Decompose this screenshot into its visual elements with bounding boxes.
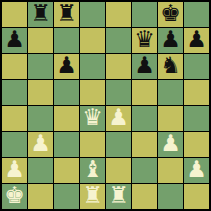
piece-white-pawn-a2: ♟: [4, 158, 25, 182]
square-h1[interactable]: [184, 184, 209, 209]
square-f4[interactable]: [132, 106, 157, 131]
square-h6[interactable]: [184, 54, 209, 79]
square-b8[interactable]: ♜: [28, 2, 53, 27]
square-c5[interactable]: [54, 80, 79, 105]
piece-black-pawn-h7: ♟: [186, 28, 207, 52]
square-a6[interactable]: [2, 54, 27, 79]
square-b5[interactable]: [28, 80, 53, 105]
square-g7[interactable]: ♟: [158, 28, 183, 53]
square-e7[interactable]: [106, 28, 131, 53]
square-h5[interactable]: [184, 80, 209, 105]
square-d2[interactable]: ♝: [80, 158, 105, 183]
piece-white-pawn-b3: ♟: [30, 132, 51, 156]
square-g1[interactable]: [158, 184, 183, 209]
square-c8[interactable]: ♜: [54, 2, 79, 27]
square-h8[interactable]: [184, 2, 209, 27]
square-b7[interactable]: [28, 28, 53, 53]
square-g3[interactable]: ♟: [158, 132, 183, 157]
piece-white-pawn-g3: ♟: [160, 132, 181, 156]
piece-white-pawn-e4: ♟: [108, 106, 129, 130]
square-e8[interactable]: [106, 2, 131, 27]
square-b4[interactable]: [28, 106, 53, 131]
square-f8[interactable]: [132, 2, 157, 27]
square-d7[interactable]: [80, 28, 105, 53]
square-h3[interactable]: [184, 132, 209, 157]
square-a4[interactable]: [2, 106, 27, 131]
square-c4[interactable]: [54, 106, 79, 131]
square-g5[interactable]: [158, 80, 183, 105]
piece-white-king-a1: ♚: [4, 184, 25, 208]
square-d6[interactable]: [80, 54, 105, 79]
square-a2[interactable]: ♟: [2, 158, 27, 183]
piece-white-bishop-d2: ♝: [82, 158, 103, 182]
square-b6[interactable]: [28, 54, 53, 79]
square-g2[interactable]: [158, 158, 183, 183]
piece-black-pawn-c6: ♟: [56, 54, 77, 78]
square-b2[interactable]: [28, 158, 53, 183]
square-e5[interactable]: [106, 80, 131, 105]
piece-black-queen-f7: ♛: [134, 28, 155, 52]
square-f1[interactable]: [132, 184, 157, 209]
square-c1[interactable]: [54, 184, 79, 209]
piece-black-knight-g6: ♞: [160, 54, 181, 78]
square-d5[interactable]: [80, 80, 105, 105]
piece-black-rook-c8: ♜: [56, 2, 77, 26]
piece-black-rook-b8: ♜: [30, 2, 51, 26]
square-h2[interactable]: ♟: [184, 158, 209, 183]
square-c7[interactable]: [54, 28, 79, 53]
piece-black-pawn-f6: ♟: [134, 54, 155, 78]
square-e2[interactable]: [106, 158, 131, 183]
square-c2[interactable]: [54, 158, 79, 183]
piece-white-rook-e1: ♜: [108, 184, 129, 208]
square-g8[interactable]: ♚: [158, 2, 183, 27]
piece-white-queen-d4: ♛: [82, 106, 103, 130]
chess-board-frame: ♜♜♚♟♛♟♟♟♟♞♛♟♟♟♟♝♟♚♜♜: [0, 0, 211, 211]
square-g6[interactable]: ♞: [158, 54, 183, 79]
square-a3[interactable]: [2, 132, 27, 157]
square-d4[interactable]: ♛: [80, 106, 105, 131]
piece-white-rook-d1: ♜: [82, 184, 103, 208]
square-g4[interactable]: [158, 106, 183, 131]
square-e4[interactable]: ♟: [106, 106, 131, 131]
square-d3[interactable]: [80, 132, 105, 157]
square-e1[interactable]: ♜: [106, 184, 131, 209]
square-f2[interactable]: [132, 158, 157, 183]
square-a7[interactable]: ♟: [2, 28, 27, 53]
square-a8[interactable]: [2, 2, 27, 27]
square-d1[interactable]: ♜: [80, 184, 105, 209]
square-h7[interactable]: ♟: [184, 28, 209, 53]
piece-black-king-g8: ♚: [160, 2, 181, 26]
square-f6[interactable]: ♟: [132, 54, 157, 79]
square-b3[interactable]: ♟: [28, 132, 53, 157]
square-h4[interactable]: [184, 106, 209, 131]
square-d8[interactable]: [80, 2, 105, 27]
square-e6[interactable]: [106, 54, 131, 79]
chess-board: ♜♜♚♟♛♟♟♟♟♞♛♟♟♟♟♝♟♚♜♜: [2, 2, 209, 209]
square-c6[interactable]: ♟: [54, 54, 79, 79]
square-c3[interactable]: [54, 132, 79, 157]
square-f3[interactable]: [132, 132, 157, 157]
square-f5[interactable]: [132, 80, 157, 105]
square-a5[interactable]: [2, 80, 27, 105]
square-f7[interactable]: ♛: [132, 28, 157, 53]
piece-black-pawn-g7: ♟: [160, 28, 181, 52]
square-b1[interactable]: [28, 184, 53, 209]
piece-black-pawn-a7: ♟: [4, 28, 25, 52]
square-a1[interactable]: ♚: [2, 184, 27, 209]
piece-white-pawn-h2: ♟: [186, 158, 207, 182]
square-e3[interactable]: [106, 132, 131, 157]
